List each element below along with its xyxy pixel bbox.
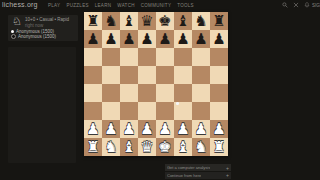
square-h5[interactable] [210,66,228,84]
square-b1[interactable]: ♞ [102,138,120,156]
square-a1[interactable]: ♜ [84,138,102,156]
square-e2[interactable]: ♟ [156,120,174,138]
piece-black-pawn-g7: ♟ [194,30,207,48]
square-e4[interactable] [156,84,174,102]
piece-black-pawn-e7: ♟ [158,30,171,48]
piece-black-pawn-f7: ♟ [176,30,189,48]
piece-white-knight-b1: ♞ [104,138,117,156]
header-icons [282,2,310,8]
piece-white-rook-a1: ♜ [86,138,99,156]
piece-black-rook-a8: ♜ [86,12,99,30]
square-h1[interactable]: ♜ [210,138,228,156]
square-d5[interactable] [138,66,156,84]
square-c5[interactable] [120,66,138,84]
square-c2[interactable]: ♟ [120,120,138,138]
piece-white-bishop-f1: ♝ [176,138,189,156]
square-g4[interactable] [192,84,210,102]
square-e1[interactable]: ♚ [156,138,174,156]
piece-black-knight-b8: ♞ [104,12,117,30]
square-h8[interactable]: ♜ [210,12,228,30]
square-c4[interactable] [120,84,138,102]
square-d8[interactable]: ♛ [138,12,156,30]
piece-white-pawn-a2: ♟ [86,120,99,138]
square-f1[interactable]: ♝ [174,138,192,156]
mouse-cursor [176,102,179,105]
square-a5[interactable] [84,66,102,84]
nav-item-play[interactable]: PLAY [48,3,60,8]
square-a8[interactable]: ♜ [84,12,102,30]
square-b6[interactable] [102,48,120,66]
piece-white-pawn-c2: ♟ [122,120,135,138]
square-b8[interactable]: ♞ [102,12,120,30]
piece-white-pawn-b2: ♟ [104,120,117,138]
square-f4[interactable] [174,84,192,102]
square-c6[interactable] [120,48,138,66]
square-d2[interactable]: ♟ [138,120,156,138]
square-h6[interactable] [210,48,228,66]
square-e5[interactable] [156,66,174,84]
piece-black-knight-g8: ♞ [194,12,207,30]
square-d6[interactable] [138,48,156,66]
under-board-label: Continue from here [167,173,201,178]
black-color-disc-icon [11,34,16,39]
search-icon[interactable] [282,2,288,8]
piece-white-pawn-h2: ♟ [212,120,225,138]
square-a4[interactable] [84,84,102,102]
square-h3[interactable] [210,102,228,120]
square-d1[interactable]: ♛ [138,138,156,156]
square-f6[interactable] [174,48,192,66]
piece-white-bishop-c1: ♝ [122,138,135,156]
square-g3[interactable] [192,102,210,120]
square-d4[interactable] [138,84,156,102]
challenges-icon[interactable] [293,2,299,8]
piece-black-pawn-h7: ♟ [212,30,225,48]
square-b4[interactable] [102,84,120,102]
piece-white-pawn-f2: ♟ [176,120,189,138]
square-b3[interactable] [102,102,120,120]
piece-black-bishop-c8: ♝ [122,12,135,30]
square-g6[interactable] [192,48,210,66]
square-e3[interactable] [156,102,174,120]
square-h7[interactable]: ♟ [210,30,228,48]
square-f3[interactable] [174,102,192,120]
square-e8[interactable]: ♚ [156,12,174,30]
piece-white-pawn-g2: ♟ [194,120,207,138]
square-f8[interactable]: ♝ [174,12,192,30]
square-d3[interactable] [138,102,156,120]
piece-black-queen-d8: ♛ [140,12,153,30]
chat-panel [8,47,76,163]
square-g2[interactable]: ♟ [192,120,210,138]
top-nav: PLAYPUZZLESLEARNWATCHCOMMUNITYTOOLS [48,3,200,8]
square-a3[interactable] [84,102,102,120]
plus-icon[interactable]: + [226,165,229,171]
piece-white-rook-h1: ♜ [212,138,225,156]
nav-item-puzzles[interactable]: PUZZLES [66,3,88,8]
lichess-logo[interactable]: lichess.org [2,1,38,8]
piece-black-pawn-d7: ♟ [140,30,153,48]
player-black[interactable]: Anonymous (1500) [11,34,56,39]
square-e6[interactable] [156,48,174,66]
square-g7[interactable]: ♟ [192,30,210,48]
square-c3[interactable] [120,102,138,120]
sign-in-link[interactable]: SIGN IN [312,3,320,8]
white-color-disc-icon [11,30,14,33]
game-time-line: right now [25,23,43,28]
piece-black-pawn-c7: ♟ [122,30,135,48]
square-d7[interactable]: ♟ [138,30,156,48]
square-c7[interactable]: ♟ [120,30,138,48]
game-meta-line: 10+0 • Casual • Rapid [25,17,69,22]
square-b7[interactable]: ♟ [102,30,120,48]
piece-black-bishop-f8: ♝ [176,12,189,30]
square-b5[interactable] [102,66,120,84]
piece-black-pawn-a7: ♟ [86,30,99,48]
under-board-row-1[interactable]: Continue from here+ [165,172,231,179]
player-name: Anonymous (1500) [18,34,56,39]
nav-item-community[interactable]: COMMUNITY [141,3,171,8]
piece-black-pawn-b7: ♟ [104,30,117,48]
piece-black-king-e8: ♚ [158,12,171,30]
square-c1[interactable]: ♝ [120,138,138,156]
square-h4[interactable] [210,84,228,102]
piece-white-pawn-e2: ♟ [158,120,171,138]
square-f5[interactable] [174,66,192,84]
nav-item-learn[interactable]: LEARN [95,3,112,8]
plus-icon[interactable]: + [226,172,229,178]
piece-white-pawn-d2: ♟ [140,120,153,138]
square-e7[interactable]: ♟ [156,30,174,48]
square-b2[interactable]: ♟ [102,120,120,138]
square-f7[interactable]: ♟ [174,30,192,48]
square-g8[interactable]: ♞ [192,12,210,30]
piece-white-knight-g1: ♞ [194,138,207,156]
white-knight-icon: ♘ [12,16,22,27]
square-g5[interactable] [192,66,210,84]
piece-black-rook-h8: ♜ [212,12,225,30]
chess-board: ♜♞♝♛♚♝♞♜♟♟♟♟♟♟♟♟♟♟♟♟♟♟♟♟♜♞♝♛♚♝♞♜ [84,12,228,156]
square-a2[interactable]: ♟ [84,120,102,138]
piece-white-queen-d1: ♛ [140,138,153,156]
notifications-icon[interactable] [304,2,310,8]
square-a7[interactable]: ♟ [84,30,102,48]
square-a6[interactable] [84,48,102,66]
under-board-label: Get a computer analysis [167,165,210,170]
nav-item-watch[interactable]: WATCH [117,3,135,8]
piece-white-king-e1: ♚ [158,138,171,156]
square-c8[interactable]: ♝ [120,12,138,30]
under-board-row-0[interactable]: Get a computer analysis+ [165,164,231,171]
nav-item-tools[interactable]: TOOLS [177,3,194,8]
square-g1[interactable]: ♞ [192,138,210,156]
square-h2[interactable]: ♟ [210,120,228,138]
square-f2[interactable]: ♟ [174,120,192,138]
